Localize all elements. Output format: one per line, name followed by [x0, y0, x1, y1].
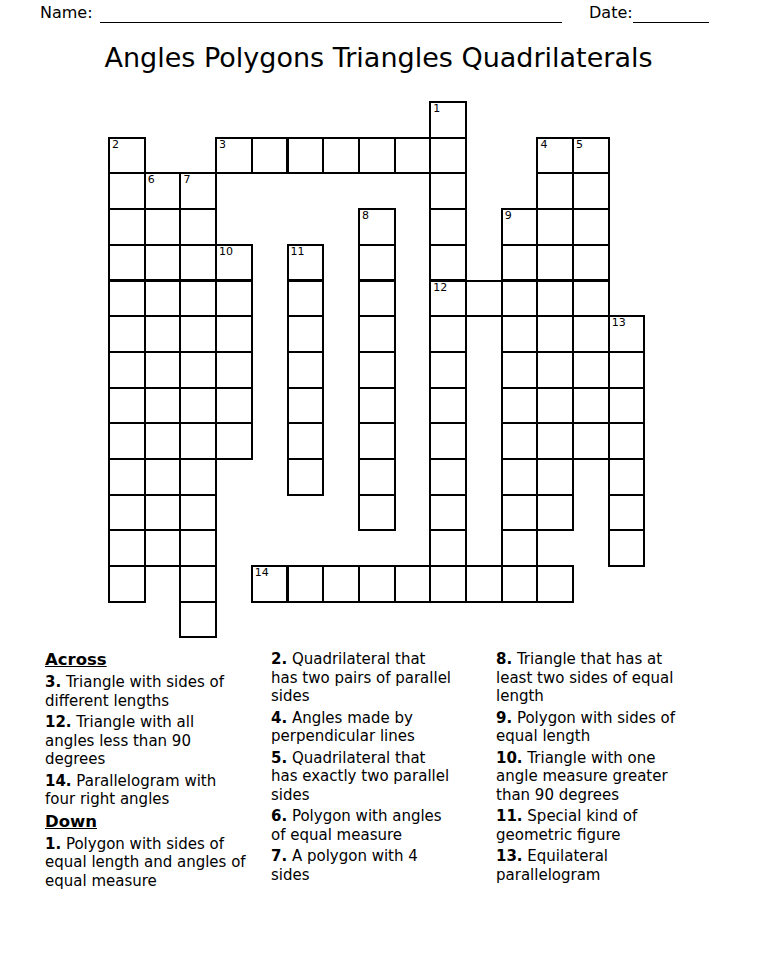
cell-r13c10[interactable]: [465, 565, 503, 603]
cell-number-8: 8: [362, 210, 369, 223]
cell-number-1: 1: [433, 103, 440, 116]
cell-r6c1[interactable]: [144, 315, 182, 353]
cell-r12c1[interactable]: [144, 529, 182, 567]
cell-r2c9[interactable]: [429, 172, 467, 210]
clue-down-7: 7. A polygon with 4 sides: [271, 847, 486, 884]
cell-r7c11[interactable]: [501, 351, 539, 389]
cell-r5c5[interactable]: [287, 280, 325, 318]
cell-r10c9[interactable]: [429, 458, 467, 496]
cell-r5c3[interactable]: [215, 280, 253, 318]
clue-text: Triangle with one angle measure greater …: [496, 749, 668, 804]
cell-r6c0[interactable]: [108, 315, 146, 353]
cell-r7c0[interactable]: [108, 351, 146, 389]
cell-r8c14[interactable]: [608, 387, 646, 425]
clue-number: 7.: [271, 847, 287, 865]
cell-r11c14[interactable]: [608, 494, 646, 532]
cell-r13c4[interactable]: 14: [251, 565, 289, 603]
cell-number-2: 2: [112, 139, 119, 152]
cell-r6c13[interactable]: [572, 315, 610, 353]
cell-number-6: 6: [148, 174, 155, 187]
clue-number: 1.: [45, 835, 61, 853]
clue-text: Polygon with sides of equal length and a…: [45, 835, 246, 890]
cell-r1c4[interactable]: [251, 137, 289, 175]
clue-number: 9.: [496, 709, 512, 727]
cell-r11c1[interactable]: [144, 494, 182, 532]
cell-r5c0[interactable]: [108, 280, 146, 318]
cell-r6c7[interactable]: [358, 315, 396, 353]
clue-text: A polygon with 4 sides: [271, 847, 418, 884]
cell-r5c7[interactable]: [358, 280, 396, 318]
cell-r2c13[interactable]: [572, 172, 610, 210]
cell-r6c3[interactable]: [215, 315, 253, 353]
cell-r5c9[interactable]: 12: [429, 280, 467, 318]
cell-r4c9[interactable]: [429, 244, 467, 282]
cell-r2c1[interactable]: 6: [144, 172, 182, 210]
cell-r13c6[interactable]: [322, 565, 360, 603]
clue-number: 12.: [45, 713, 72, 731]
cell-r9c2[interactable]: [179, 422, 217, 460]
cell-r3c2[interactable]: [179, 208, 217, 246]
cell-number-12: 12: [433, 282, 447, 295]
cell-r8c3[interactable]: [215, 387, 253, 425]
clue-number: 8.: [496, 650, 512, 668]
cell-r0c9[interactable]: 1: [429, 101, 467, 139]
cell-r11c7[interactable]: [358, 494, 396, 532]
cell-r12c9[interactable]: [429, 529, 467, 567]
cell-r1c8[interactable]: [394, 137, 432, 175]
clue-down-4: 4. Angles made by perpendicular lines: [271, 709, 486, 746]
cell-r1c0[interactable]: 2: [108, 137, 146, 175]
clue-down-11: 11. Special kind of geometric figure: [496, 807, 711, 844]
cell-r11c12[interactable]: [536, 494, 574, 532]
cell-r4c5[interactable]: 11: [287, 244, 325, 282]
clue-text: Quadrilateral that has exactly two paral…: [271, 749, 449, 804]
cell-r9c1[interactable]: [144, 422, 182, 460]
cell-r6c2[interactable]: [179, 315, 217, 353]
crossword-worksheet: { "game": "crossword", "title": "Angles …: [0, 0, 757, 980]
cell-r10c12[interactable]: [536, 458, 574, 496]
cell-number-7: 7: [183, 174, 190, 187]
cell-r4c2[interactable]: [179, 244, 217, 282]
cell-r3c0[interactable]: [108, 208, 146, 246]
cell-number-3: 3: [219, 139, 226, 152]
cell-r3c1[interactable]: [144, 208, 182, 246]
cell-r9c3[interactable]: [215, 422, 253, 460]
cell-r4c11[interactable]: [501, 244, 539, 282]
cell-number-11: 11: [291, 246, 305, 259]
clue-number: 14.: [45, 772, 72, 790]
cell-r13c9[interactable]: [429, 565, 467, 603]
cell-r6c14[interactable]: 13: [608, 315, 646, 353]
cell-r10c2[interactable]: [179, 458, 217, 496]
cell-r3c7[interactable]: 8: [358, 208, 396, 246]
clue-down-1: 1. Polygon with sides of equal length an…: [45, 835, 275, 891]
clue-down-6: 6. Polygon with angles of equal measure: [271, 807, 486, 844]
clue-across-12: 12. Triangle with all angles less than 9…: [45, 713, 275, 769]
down-heading: Down: [45, 812, 275, 832]
cell-r9c9[interactable]: [429, 422, 467, 460]
clue-number: 3.: [45, 673, 61, 691]
name-label: Name:: [40, 3, 93, 22]
cell-r7c3[interactable]: [215, 351, 253, 389]
cell-r8c11[interactable]: [501, 387, 539, 425]
clue-across-3: 3. Triangle with sides of different leng…: [45, 673, 275, 710]
cell-r13c8[interactable]: [394, 565, 432, 603]
cell-r9c12[interactable]: [536, 422, 574, 460]
cell-number-10: 10: [219, 246, 233, 259]
clue-number: 4.: [271, 709, 287, 727]
cell-r1c3[interactable]: 3: [215, 137, 253, 175]
cell-r11c2[interactable]: [179, 494, 217, 532]
clues-column-1: Across3. Triangle with sides of differen…: [45, 650, 275, 893]
cell-r3c9[interactable]: [429, 208, 467, 246]
clue-text: Triangle with sides of different lengths: [45, 673, 224, 710]
cell-r9c14[interactable]: [608, 422, 646, 460]
cell-r4c3[interactable]: 10: [215, 244, 253, 282]
cell-r12c2[interactable]: [179, 529, 217, 567]
clue-text: Angles made by perpendicular lines: [271, 709, 415, 746]
cell-r8c0[interactable]: [108, 387, 146, 425]
cell-r13c0[interactable]: [108, 565, 146, 603]
cell-r7c12[interactable]: [536, 351, 574, 389]
cell-number-13: 13: [612, 317, 626, 330]
cell-number-4: 4: [540, 139, 547, 152]
clue-down-5: 5. Quadrilateral that has exactly two pa…: [271, 749, 486, 805]
clue-down-13: 13. Equilateral parallelogram: [496, 847, 711, 884]
clue-down-2: 2. Quadrilateral that has two pairs of p…: [271, 650, 486, 706]
cell-r10c0[interactable]: [108, 458, 146, 496]
clue-number: 6.: [271, 807, 287, 825]
cell-r6c12[interactable]: [536, 315, 574, 353]
cell-r7c2[interactable]: [179, 351, 217, 389]
clue-number: 13.: [496, 847, 523, 865]
cell-r6c9[interactable]: [429, 315, 467, 353]
clue-down-8: 8. Triangle that has at least two sides …: [496, 650, 711, 706]
cell-r9c11[interactable]: [501, 422, 539, 460]
cell-r1c13[interactable]: 5: [572, 137, 610, 175]
cell-r8c12[interactable]: [536, 387, 574, 425]
cell-number-5: 5: [576, 139, 583, 152]
across-heading: Across: [45, 650, 275, 670]
cell-r5c13[interactable]: [572, 280, 610, 318]
cell-r6c5[interactable]: [287, 315, 325, 353]
cell-r3c12[interactable]: [536, 208, 574, 246]
cell-r7c14[interactable]: [608, 351, 646, 389]
cell-r6c11[interactable]: [501, 315, 539, 353]
cell-r8c7[interactable]: [358, 387, 396, 425]
cell-r2c2[interactable]: 7: [179, 172, 217, 210]
cell-r13c2[interactable]: [179, 565, 217, 603]
cell-r4c0[interactable]: [108, 244, 146, 282]
cell-r2c12[interactable]: [536, 172, 574, 210]
cell-r1c5[interactable]: [287, 137, 325, 175]
cell-r13c7[interactable]: [358, 565, 396, 603]
cell-r10c5[interactable]: [287, 458, 325, 496]
cell-r4c12[interactable]: [536, 244, 574, 282]
cell-r5c1[interactable]: [144, 280, 182, 318]
clue-text: Parallelogram with four right angles: [45, 772, 216, 809]
cell-r10c11[interactable]: [501, 458, 539, 496]
cell-number-9: 9: [505, 210, 512, 223]
clue-across-14: 14. Parallelogram with four right angles: [45, 772, 275, 809]
cell-r2c0[interactable]: [108, 172, 146, 210]
clues-column-3: 8. Triangle that has at least two sides …: [496, 650, 711, 887]
cell-r8c2[interactable]: [179, 387, 217, 425]
date-blank-line[interactable]: [633, 3, 709, 23]
cell-r12c14[interactable]: [608, 529, 646, 567]
cell-r7c9[interactable]: [429, 351, 467, 389]
cell-r11c11[interactable]: [501, 494, 539, 532]
cell-r7c7[interactable]: [358, 351, 396, 389]
name-blank-line[interactable]: [100, 3, 562, 23]
date-label: Date:: [589, 3, 633, 22]
cell-r14c2[interactable]: [179, 601, 217, 639]
cell-r10c14[interactable]: [608, 458, 646, 496]
cell-number-14: 14: [255, 567, 269, 580]
cell-r9c7[interactable]: [358, 422, 396, 460]
cell-r8c13[interactable]: [572, 387, 610, 425]
cell-r12c0[interactable]: [108, 529, 146, 567]
cell-r13c12[interactable]: [536, 565, 574, 603]
cell-r10c1[interactable]: [144, 458, 182, 496]
cell-r7c1[interactable]: [144, 351, 182, 389]
cell-r7c13[interactable]: [572, 351, 610, 389]
clues-column-2: 2. Quadrilateral that has two pairs of p…: [271, 650, 486, 887]
clue-text: Polygon with angles of equal measure: [271, 807, 442, 844]
clue-text: Polygon with sides of equal length: [496, 709, 675, 746]
cell-r11c9[interactable]: [429, 494, 467, 532]
puzzle-title: Angles Polygons Triangles Quadrilaterals: [0, 42, 757, 73]
cell-r12c11[interactable]: [501, 529, 539, 567]
cell-r3c13[interactable]: [572, 208, 610, 246]
cell-r1c12[interactable]: 4: [536, 137, 574, 175]
cell-r8c9[interactable]: [429, 387, 467, 425]
cell-r4c7[interactable]: [358, 244, 396, 282]
cell-r9c13[interactable]: [572, 422, 610, 460]
cell-r1c9[interactable]: [429, 137, 467, 175]
clue-text: Quadrilateral that has two pairs of para…: [271, 650, 451, 705]
clue-down-9: 9. Polygon with sides of equal length: [496, 709, 711, 746]
cell-r9c5[interactable]: [287, 422, 325, 460]
cell-r1c7[interactable]: [358, 137, 396, 175]
cell-r7c5[interactable]: [287, 351, 325, 389]
cell-r3c11[interactable]: 9: [501, 208, 539, 246]
cell-r9c0[interactable]: [108, 422, 146, 460]
clue-down-10: 10. Triangle with one angle measure grea…: [496, 749, 711, 805]
cell-r1c6[interactable]: [322, 137, 360, 175]
clue-number: 11.: [496, 807, 523, 825]
cell-r4c1[interactable]: [144, 244, 182, 282]
cell-r13c11[interactable]: [501, 565, 539, 603]
cell-r8c5[interactable]: [287, 387, 325, 425]
clue-number: 2.: [271, 650, 287, 668]
cell-r5c11[interactable]: [501, 280, 539, 318]
clue-text: Triangle that has at least two sides of …: [496, 650, 673, 705]
clue-number: 10.: [496, 749, 523, 767]
cell-r5c10[interactable]: [465, 280, 503, 318]
cell-r4c13[interactable]: [572, 244, 610, 282]
cell-r8c1[interactable]: [144, 387, 182, 425]
cell-r5c2[interactable]: [179, 280, 217, 318]
cell-r5c12[interactable]: [536, 280, 574, 318]
clue-number: 5.: [271, 749, 287, 767]
crossword-grid: 1234567891011121314: [108, 101, 646, 639]
cell-r13c5[interactable]: [287, 565, 325, 603]
cell-r11c0[interactable]: [108, 494, 146, 532]
cell-r10c7[interactable]: [358, 458, 396, 496]
